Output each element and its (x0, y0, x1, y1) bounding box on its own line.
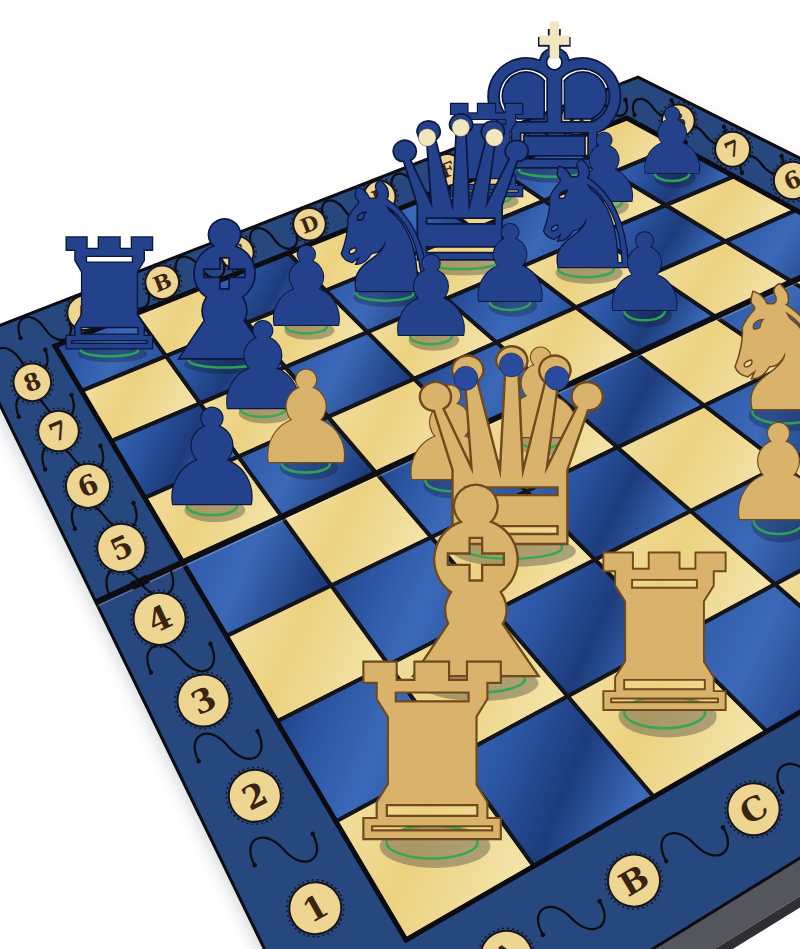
piece-white-rook-a1[interactable]: ♜ (324, 615, 539, 895)
chess-photo-stage: Blue and natural wood folding chess set,… (0, 0, 800, 949)
piece-blue-pawn-a5[interactable]: ♟ (153, 381, 271, 535)
svg-text:♜: ♜ (569, 511, 760, 759)
piece-white-rook-c1[interactable]: ♜ (569, 511, 760, 759)
svg-text:♜: ♜ (324, 615, 539, 895)
chessboard: AABBCCDDEEFFGGHH8877665544332211♚♟♜♟♛♞♞♟… (0, 0, 800, 949)
svg-text:♟: ♟ (153, 381, 271, 535)
